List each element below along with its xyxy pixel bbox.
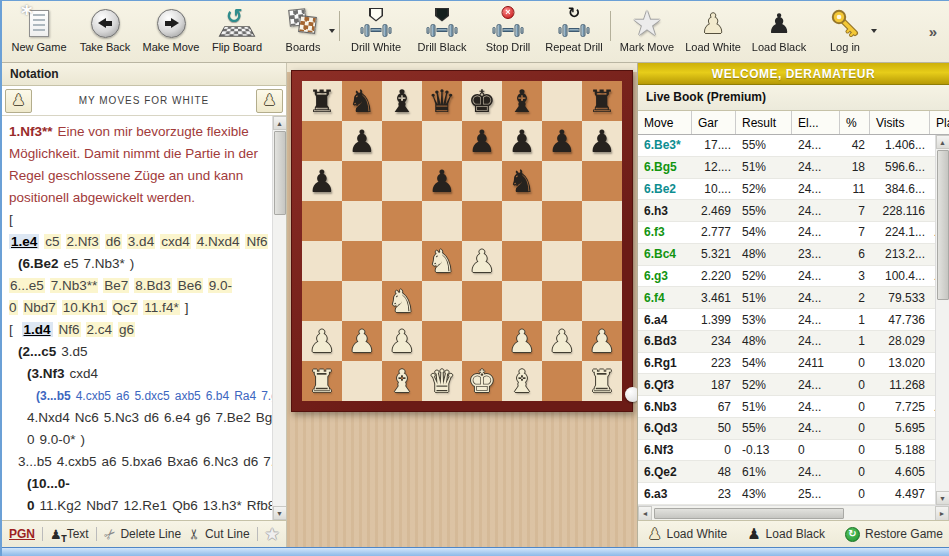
- move-cell[interactable]: 6.f4: [638, 291, 692, 305]
- stop-drill-icon: ×: [491, 6, 525, 40]
- notation-move[interactable]: Ra4: [234, 389, 256, 403]
- column-header-gar[interactable]: Gar: [692, 111, 736, 134]
- notation-move[interactable]: (2...c5: [18, 344, 56, 359]
- notation-move[interactable]: d6: [243, 454, 258, 469]
- move-cell[interactable]: 6.Rg1: [638, 356, 692, 370]
- white-pawn-icon: ♟: [263, 93, 276, 108]
- square-e6[interactable]: [462, 161, 502, 201]
- toolbar-button-drill-black[interactable]: Drill Black: [409, 5, 475, 53]
- white-repertoire-button-right[interactable]: ♟: [256, 89, 283, 113]
- notation-move[interactable]: a6: [116, 389, 129, 403]
- white-pawn-icon: ♟: [12, 93, 25, 108]
- load-white-button[interactable]: ♟ Load White: [648, 527, 727, 542]
- notation-move[interactable]: 2.Nf3: [66, 234, 100, 249]
- percent-cell: 7: [840, 225, 870, 239]
- square-e3[interactable]: [462, 281, 502, 321]
- square-h1[interactable]: ♜: [582, 361, 622, 401]
- white-repertoire-button-left[interactable]: ♟: [5, 89, 32, 113]
- square-g1[interactable]: [542, 361, 582, 401]
- notation-move[interactable]: 11.Kg2: [40, 498, 82, 513]
- square-g5[interactable]: [542, 201, 582, 241]
- live-book-row[interactable]: 6.f32.77754%24...7224.1...Anan.: [638, 222, 935, 244]
- notation-move[interactable]: a6: [102, 454, 117, 469]
- column-header-result[interactable]: Result: [736, 111, 792, 134]
- notation-move[interactable]: 9.0-0*: [40, 432, 76, 447]
- square-f6[interactable]: ♞: [502, 161, 542, 201]
- notation-move[interactable]: Rfb8: [247, 498, 272, 513]
- notation-move[interactable]: 1.d4: [22, 322, 53, 337]
- notation-move[interactable]: 7.Nb3*: [84, 256, 125, 271]
- square-f3[interactable]: [502, 281, 542, 321]
- toolbar-button-label: Repeat Drill: [545, 41, 602, 53]
- column-header--[interactable]: %: [840, 111, 870, 134]
- square-f7[interactable]: ♟: [502, 121, 542, 161]
- notation-move[interactable]: Be6: [177, 278, 203, 293]
- percent-cell: 0: [840, 378, 870, 392]
- notation-move[interactable]: e5: [64, 256, 79, 271]
- square-h5[interactable]: [582, 201, 622, 241]
- square-h3[interactable]: [582, 281, 622, 321]
- square-b3[interactable]: [342, 281, 382, 321]
- toolbar-button-label: Make Move: [143, 41, 200, 53]
- visits-cell: 5.695: [870, 421, 930, 435]
- favorite-star-icon[interactable]: ★: [265, 524, 280, 544]
- notation-move[interactable]: 3...b5: [18, 454, 52, 469]
- notation-move[interactable]: d6: [144, 410, 159, 425]
- notation-text-token: [: [9, 322, 17, 337]
- toolbar-button-flip-board[interactable]: ↺Flip Board: [204, 5, 270, 53]
- square-a2[interactable]: ♟: [302, 321, 342, 361]
- move-cell[interactable]: 6.Be3*: [638, 138, 692, 152]
- square-d8[interactable]: ♛: [422, 81, 462, 121]
- move-cell[interactable]: 6.a4: [638, 313, 692, 327]
- live-book-panel: WELCOME, DERAMATEUR Live Book (Premium) …: [637, 63, 949, 547]
- text-button[interactable]: ♟T Text: [50, 527, 89, 542]
- white-pawn-icon: ♟: [648, 527, 661, 542]
- notation-move[interactable]: cxd4: [160, 234, 191, 249]
- square-a4[interactable]: [302, 241, 342, 281]
- square-f8[interactable]: ♝: [502, 81, 542, 121]
- notation-text-token: 1.Nf3**: [9, 124, 53, 139]
- notation-move[interactable]: (3...b5: [36, 389, 71, 403]
- elo-cell: 0: [792, 443, 840, 457]
- notation-move[interactable]: d6: [105, 234, 122, 249]
- toolbar-button-make-move[interactable]: Make Move: [138, 5, 204, 53]
- square-b4[interactable]: [342, 241, 382, 281]
- white-pawn-piece: ♟: [588, 326, 616, 357]
- move-cell[interactable]: 6.Bd3: [638, 334, 692, 348]
- live-book-row[interactable]: 6.Be3*17....55%24...421.406...Giri/C: [638, 135, 935, 157]
- black-queen-piece: ♛: [428, 86, 456, 117]
- text-button-label: Text: [67, 527, 89, 541]
- white-pawn-piece: ♟: [388, 326, 416, 357]
- notation-move[interactable]: Nbd7: [23, 300, 57, 315]
- notation-move[interactable]: 5.dxc5: [134, 389, 169, 403]
- live-book-row[interactable]: 6.Nf30-0.13005.188: [638, 440, 935, 462]
- games-cell: 1.399: [692, 313, 736, 327]
- white-rook-piece: ♜: [588, 366, 616, 397]
- cut-line-button[interactable]: ✂ Cut Line: [188, 526, 249, 542]
- square-c4[interactable]: [382, 241, 422, 281]
- notation-move[interactable]: 7.g3: [261, 389, 272, 403]
- elo-cell: 24...: [792, 400, 840, 414]
- elo-cell: 24...: [792, 291, 840, 305]
- notation-line: (3.Nf3cxd4: [9, 363, 270, 385]
- notation-move[interactable]: g6: [118, 322, 135, 337]
- square-g4[interactable]: [542, 241, 582, 281]
- app-window: *New GameTake BackMake Move↺Flip BoardBo…: [0, 0, 949, 556]
- live-book-hscrollbar-thumb[interactable]: [654, 508, 844, 519]
- live-book-row[interactable]: 6.g32.22052%24...3100.4...Adam: [638, 266, 935, 288]
- notation-move[interactable]: 1.e4: [9, 234, 39, 249]
- games-cell: 48: [692, 465, 736, 479]
- column-header-move[interactable]: Move: [638, 111, 692, 134]
- games-cell: 10....: [692, 182, 736, 196]
- notation-move[interactable]: 6.e4: [164, 410, 190, 425]
- chevron-down-icon[interactable]: [329, 29, 335, 33]
- notation-move[interactable]: 13.h3*: [203, 498, 242, 513]
- square-c7[interactable]: [382, 121, 422, 161]
- notation-line: (2...c53.d5: [9, 341, 270, 363]
- notation-move[interactable]: 6...e5: [9, 278, 45, 293]
- notation-move[interactable]: 4.Nxd4: [196, 234, 241, 249]
- notation-move[interactable]: 11.f4*: [143, 300, 179, 315]
- result-cell: 55%: [736, 138, 792, 152]
- square-a3[interactable]: [302, 281, 342, 321]
- square-h4[interactable]: [582, 241, 622, 281]
- toolbar-button-stop-drill[interactable]: ×Stop Drill: [475, 5, 541, 53]
- white-bishop-piece: ♝: [388, 366, 416, 397]
- toolbar: *New GameTake BackMake Move↺Flip BoardBo…: [2, 1, 949, 63]
- divider: [96, 527, 97, 541]
- notation-move[interactable]: 3.d5: [61, 344, 87, 359]
- notation-move[interactable]: g6: [195, 410, 210, 425]
- square-d5[interactable]: [422, 201, 462, 241]
- result-cell: 54%: [736, 356, 792, 370]
- square-d1[interactable]: ♛: [422, 361, 462, 401]
- percent-cell: 1: [840, 334, 870, 348]
- move-cell[interactable]: 6.Nf3: [638, 443, 692, 457]
- elo-cell: 23...: [792, 247, 840, 261]
- notation-scrollbar[interactable]: ▲ ▼: [272, 116, 286, 520]
- square-a7[interactable]: [302, 121, 342, 161]
- square-f4[interactable]: [502, 241, 542, 281]
- visits-cell: 228.116: [870, 204, 930, 218]
- result-cell: 53%: [736, 313, 792, 327]
- live-book-row[interactable]: 6.Bd323448%24...128.029: [638, 331, 935, 353]
- load-black-label: Load Black: [766, 527, 825, 541]
- notation-scrollbar-thumb[interactable]: [274, 131, 286, 215]
- notation-move[interactable]: Bxa6: [167, 454, 198, 469]
- notation-move[interactable]: 7.Nb3**: [50, 278, 99, 293]
- live-book-row[interactable]: 6.Bc45.32148%23...6213.2...Gran.: [638, 244, 935, 266]
- toolbar-separator: [610, 11, 611, 41]
- chevron-down-icon[interactable]: [871, 29, 877, 33]
- notation-move[interactable]: 4.cxb5: [76, 389, 111, 403]
- square-b5[interactable]: [342, 201, 382, 241]
- notation-move[interactable]: Nbd7: [86, 498, 118, 513]
- live-book-row[interactable]: 6.Qd35055%24...05.695: [638, 418, 935, 440]
- square-c5[interactable]: [382, 201, 422, 241]
- toolbar-button-label: Stop Drill: [486, 41, 531, 53]
- result-cell: 51%: [736, 400, 792, 414]
- square-e8[interactable]: ♚: [462, 81, 502, 121]
- square-b6[interactable]: [342, 161, 382, 201]
- result-cell: 51%: [736, 160, 792, 174]
- move-cell[interactable]: 6.f3: [638, 225, 692, 239]
- notation-move[interactable]: c5: [44, 234, 60, 249]
- drill-white-icon: [359, 6, 393, 40]
- percent-cell: 0: [840, 465, 870, 479]
- square-a8[interactable]: ♜: [302, 81, 342, 121]
- square-d2[interactable]: [422, 321, 462, 361]
- notation-move[interactable]: Nf6: [58, 322, 81, 337]
- notation-text: 1.Nf3**Eine von mir bevorzugte flexible …: [2, 116, 272, 520]
- visits-cell: 11.268: [870, 378, 930, 392]
- live-book-row[interactable]: 6.Qf318752%24...011.268: [638, 374, 935, 396]
- result-cell: 52%: [736, 269, 792, 283]
- square-d7[interactable]: [422, 121, 462, 161]
- column-header-players[interactable]: Players: [930, 111, 949, 134]
- square-g7[interactable]: ♟: [542, 121, 582, 161]
- square-h8[interactable]: ♜: [582, 81, 622, 121]
- square-g8[interactable]: [542, 81, 582, 121]
- black-knight-piece: ♞: [348, 86, 376, 117]
- games-cell: 12....: [692, 160, 736, 174]
- notation-text-token: ]: [185, 300, 189, 315]
- square-h2[interactable]: ♟: [582, 321, 622, 361]
- take-back-icon: [91, 6, 120, 40]
- square-b2[interactable]: ♟: [342, 321, 382, 361]
- square-a5[interactable]: [302, 201, 342, 241]
- square-f5[interactable]: [502, 201, 542, 241]
- square-c8[interactable]: ♝: [382, 81, 422, 121]
- move-cell[interactable]: 6.Bc4: [638, 247, 692, 261]
- square-b7[interactable]: ♟: [342, 121, 382, 161]
- toolbar-overflow-chevron-icon[interactable]: »: [929, 23, 945, 40]
- move-cell[interactable]: 6.Bg5: [638, 160, 692, 174]
- notation-move[interactable]: 12.Re1: [124, 498, 168, 513]
- percent-cell: 0: [840, 356, 870, 370]
- square-e1[interactable]: ♚: [462, 361, 502, 401]
- square-f1[interactable]: ♝: [502, 361, 542, 401]
- live-book-row[interactable]: 6.f43.46151%24...279.533Smirin: [638, 287, 935, 309]
- white-pawn-piece: ♟: [548, 326, 576, 357]
- result-cell: 48%: [736, 334, 792, 348]
- scroll-down-icon[interactable]: ▼: [273, 506, 287, 520]
- notation-move[interactable]: 7.Be2: [215, 410, 250, 425]
- percent-cell: 2: [840, 291, 870, 305]
- square-e2[interactable]: [462, 321, 502, 361]
- visits-cell: 28.029: [870, 334, 930, 348]
- notation-move[interactable]: 4.cxb5: [57, 454, 97, 469]
- welcome-banner: WELCOME, DERAMATEUR: [638, 63, 949, 85]
- notation-move[interactable]: 5.bxa6: [122, 454, 163, 469]
- square-a1[interactable]: ♜: [302, 361, 342, 401]
- square-g3[interactable]: [542, 281, 582, 321]
- toolbar-button-boards[interactable]: Boards: [270, 5, 336, 53]
- notation-body: 1.Nf3**Eine von mir bevorzugte flexible …: [2, 116, 286, 520]
- square-g6[interactable]: [542, 161, 582, 201]
- elo-cell: 24...: [792, 269, 840, 283]
- notation-move[interactable]: Nc6: [75, 410, 99, 425]
- column-header-visits[interactable]: Visits: [870, 111, 930, 134]
- black-bishop-piece: ♝: [508, 86, 536, 117]
- white-pawn-piece: ♟: [308, 326, 336, 357]
- move-cell[interactable]: 6.Nb3: [638, 400, 692, 414]
- column-header-el-[interactable]: El...: [792, 111, 840, 134]
- live-book-scrollbar[interactable]: ▲ ▼: [935, 135, 949, 505]
- games-cell: 50: [692, 421, 736, 435]
- pgn-link[interactable]: PGN: [9, 527, 35, 541]
- notation-line: (10...0-011.Kg2Nbd712.Re1Qb613.h3*Rfb814…: [9, 473, 270, 517]
- square-d4[interactable]: ♞: [422, 241, 462, 281]
- live-book-row[interactable]: 6.h32.46955%24...7228.116Nepo.: [638, 200, 935, 222]
- live-book-rows: 6.Be3*17....55%24...421.406...Giri/C6.Bg…: [638, 135, 935, 505]
- square-e5[interactable]: [462, 201, 502, 241]
- toolbar-button-load-black[interactable]: ♟Load Black: [746, 5, 812, 53]
- toolbar-button-label: Log in: [830, 41, 860, 53]
- main-area: Notation ♟ MY MOVES FOR WHITE ♟ 1.Nf3**E…: [2, 63, 949, 547]
- notation-line: 4.Nxd4Nc65.Nc3d66.e4g67.Be2Bg78.Be30-09.…: [9, 407, 270, 451]
- drill-black-icon: [425, 6, 459, 40]
- live-book-row[interactable]: 6.Nb36751%24...07.725Anan.: [638, 396, 935, 418]
- black-pawn-piece: ♟: [548, 126, 576, 157]
- move-cell[interactable]: 6.a3: [638, 487, 692, 501]
- toolbar-button-take-back[interactable]: Take Back: [72, 5, 138, 53]
- black-bishop-piece: ♝: [388, 86, 416, 117]
- notation-move[interactable]: 6.b4: [206, 389, 229, 403]
- live-book-row[interactable]: 6.Be210....52%24...11384.6...Onisc: [638, 179, 935, 201]
- scroll-up-icon[interactable]: ▲: [936, 135, 949, 149]
- black-pawn-piece: ♟: [468, 126, 496, 157]
- black-knight-piece: ♞: [508, 166, 536, 197]
- restore-game-button[interactable]: ↻ Restore Game: [845, 527, 943, 542]
- notation-move[interactable]: (3.Nf3: [27, 366, 65, 381]
- notation-text-token: ): [130, 256, 135, 271]
- visits-cell: 213.2...: [870, 247, 930, 261]
- notation-text-token: ): [81, 432, 86, 447]
- percent-cell: 0: [840, 443, 870, 457]
- scroll-down-icon[interactable]: ▼: [936, 491, 949, 505]
- toolbar-button-log-in[interactable]: Log in: [812, 5, 878, 53]
- notation-move[interactable]: (6.Be2: [18, 256, 59, 271]
- square-c6[interactable]: [382, 161, 422, 201]
- result-cell: 43%: [736, 487, 792, 501]
- notation-move[interactable]: 10.Kh1: [62, 300, 107, 315]
- notation-move[interactable]: Be7: [103, 278, 129, 293]
- move-cell[interactable]: 6.Qe2: [638, 465, 692, 479]
- toolbar-button-new-game[interactable]: *New Game: [6, 5, 72, 53]
- elo-cell: 24...: [792, 204, 840, 218]
- move-cell[interactable]: 6.g3: [638, 269, 692, 283]
- live-book-body: 6.Be3*17....55%24...421.406...Giri/C6.Bg…: [638, 135, 949, 505]
- visits-cell: 1.406...: [870, 138, 930, 152]
- notation-move[interactable]: Bg7: [256, 410, 272, 425]
- scroll-right-icon[interactable]: ►: [935, 506, 949, 521]
- square-d6[interactable]: ♟: [422, 161, 462, 201]
- square-c1[interactable]: ♝: [382, 361, 422, 401]
- square-h6[interactable]: [582, 161, 622, 201]
- square-c2[interactable]: ♟: [382, 321, 422, 361]
- divider: [42, 527, 43, 541]
- notation-move[interactable]: 2.c4: [86, 322, 114, 337]
- square-a6[interactable]: ♟: [302, 161, 342, 201]
- notation-move[interactable]: cxd4: [70, 366, 99, 381]
- notation-move[interactable]: Nf6: [245, 234, 268, 249]
- toolbar-button-repeat-drill[interactable]: ↻Repeat Drill: [541, 5, 607, 53]
- black-pawn-piece: ♟: [428, 166, 456, 197]
- live-book-row[interactable]: 6.Rg122354%2411013.020: [638, 353, 935, 375]
- square-g2[interactable]: ♟: [542, 321, 582, 361]
- games-cell: 3.461: [692, 291, 736, 305]
- result-cell: 61%: [736, 465, 792, 479]
- bottom-strip: [2, 547, 949, 556]
- scroll-up-icon[interactable]: ▲: [273, 116, 287, 130]
- live-book-row[interactable]: 6.Bg512....51%24...18596.6...Kram.: [638, 157, 935, 179]
- percent-cell: 0: [840, 421, 870, 435]
- notation-move[interactable]: 5.Nc3: [104, 410, 139, 425]
- white-queen-piece: ♛: [428, 366, 456, 397]
- live-book-row[interactable]: 6.a41.39953%24...147.736Carlse: [638, 309, 935, 331]
- board-resize-handle[interactable]: [625, 387, 637, 402]
- elo-cell: 2411: [792, 356, 840, 370]
- toolbar-button-drill-white[interactable]: Drill White: [343, 5, 409, 53]
- live-book-row[interactable]: 6.a32343%25...04.497: [638, 483, 935, 505]
- delete-line-button[interactable]: ✂ Delete Line: [104, 526, 181, 542]
- percent-cell: 0: [840, 400, 870, 414]
- elo-cell: 24...: [792, 421, 840, 435]
- notation-move[interactable]: 4.Nxd4: [27, 410, 70, 425]
- notation-move[interactable]: 6.Nc3: [203, 454, 238, 469]
- square-e7[interactable]: ♟: [462, 121, 502, 161]
- games-cell: 0: [692, 443, 736, 457]
- square-f2[interactable]: ♟: [502, 321, 542, 361]
- square-d3[interactable]: [422, 281, 462, 321]
- result-cell: 51%: [736, 291, 792, 305]
- visits-cell: 596.6...: [870, 160, 930, 174]
- toolbar-button-mark-move[interactable]: ★Mark Move: [614, 5, 680, 53]
- notation-move[interactable]: 8.Bd3: [134, 278, 171, 293]
- square-b1[interactable]: [342, 361, 382, 401]
- notation-move[interactable]: Qb6: [172, 498, 198, 513]
- white-knight-piece: ♞: [428, 246, 456, 277]
- square-c3[interactable]: ♞: [382, 281, 422, 321]
- square-h7[interactable]: ♟: [582, 121, 622, 161]
- move-cell[interactable]: 6.Qd3: [638, 421, 692, 435]
- chess-board: ♜♞♝♛♚♝♜♟♟♟♟♟♟♟♞♞♟♞♟♟♟♟♟♟♜♝♛♚♝♜: [291, 70, 633, 412]
- result-cell: 54%: [736, 225, 792, 239]
- move-cell[interactable]: 6.h3: [638, 204, 692, 218]
- square-e4[interactable]: ♟: [462, 241, 502, 281]
- notation-move[interactable]: 7.Nf3: [263, 454, 272, 469]
- black-pawn-piece: ♟: [588, 126, 616, 157]
- games-cell: 187: [692, 378, 736, 392]
- live-book-hscrollbar[interactable]: ◄ ►: [638, 505, 949, 520]
- scroll-left-icon[interactable]: ◄: [638, 506, 652, 521]
- notation-move[interactable]: Qc7: [112, 300, 139, 315]
- toolbar-button-load-white[interactable]: ♟Load White: [680, 5, 746, 53]
- move-cell[interactable]: 6.Be2: [638, 182, 692, 196]
- square-b8[interactable]: ♞: [342, 81, 382, 121]
- live-book-row[interactable]: 6.Qe24861%24...04.605: [638, 461, 935, 483]
- load-black-button[interactable]: ♟ Load Black: [747, 527, 825, 542]
- notation-move[interactable]: axb5: [175, 389, 201, 403]
- elo-cell: 24...: [792, 378, 840, 392]
- notation-move[interactable]: 3.d4: [127, 234, 155, 249]
- live-book-scrollbar-thumb[interactable]: [937, 150, 949, 300]
- move-cell[interactable]: 6.Qf3: [638, 378, 692, 392]
